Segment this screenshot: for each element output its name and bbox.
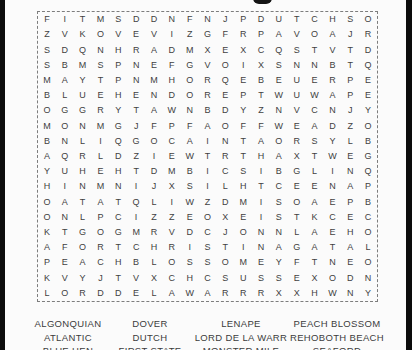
grid-cell-r12c9[interactable]: S <box>181 179 199 194</box>
grid-cell-r1c9[interactable]: F <box>181 12 199 27</box>
grid-cell-r6c1[interactable]: B <box>38 88 56 103</box>
grid-cell-r15c12[interactable]: O <box>234 225 252 240</box>
grid-cell-r11c5[interactable]: H <box>109 164 127 179</box>
grid-cell-r13c15[interactable]: O <box>288 195 306 210</box>
grid-cell-r19c7[interactable]: L <box>145 286 163 301</box>
grid-cell-r15c15[interactable]: L <box>288 225 306 240</box>
grid-cell-r16c17[interactable]: T <box>323 240 341 255</box>
grid-cell-r6c18[interactable]: P <box>341 88 359 103</box>
grid-cell-r12c15[interactable]: E <box>288 179 306 194</box>
grid-cell-r14c19[interactable]: C <box>359 210 377 225</box>
grid-cell-r12c1[interactable]: H <box>38 179 56 194</box>
grid-cell-r4c12[interactable]: I <box>234 58 252 73</box>
grid-cell-r6c19[interactable]: E <box>359 88 377 103</box>
grid-cell-r5c3[interactable]: Y <box>74 73 92 88</box>
grid-cell-r7c16[interactable]: C <box>306 103 324 118</box>
grid-cell-r10c3[interactable]: R <box>74 149 92 164</box>
grid-cell-r17c13[interactable]: E <box>252 255 270 270</box>
grid-cell-r16c15[interactable]: G <box>288 240 306 255</box>
grid-cell-r18c5[interactable]: T <box>109 271 127 286</box>
grid-cell-r3c10[interactable]: X <box>199 42 217 57</box>
grid-cell-r14c3[interactable]: L <box>74 210 92 225</box>
grid-cell-r9c13[interactable]: A <box>252 134 270 149</box>
grid-cell-r7c7[interactable]: A <box>145 103 163 118</box>
grid-cell-r19c8[interactable]: A <box>163 286 181 301</box>
grid-cell-r4c11[interactable]: O <box>216 58 234 73</box>
grid-cell-r12c5[interactable]: N <box>109 179 127 194</box>
grid-cell-r5c12[interactable]: E <box>234 73 252 88</box>
grid-cell-r1c3[interactable]: T <box>74 12 92 27</box>
grid-cell-r12c16[interactable]: E <box>306 179 324 194</box>
grid-cell-r3c2[interactable]: D <box>56 42 74 57</box>
grid-cell-r18c7[interactable]: X <box>145 271 163 286</box>
grid-cell-r3c12[interactable]: X <box>234 42 252 57</box>
grid-cell-r4c18[interactable]: T <box>341 58 359 73</box>
grid-cell-r10c2[interactable]: Q <box>56 149 74 164</box>
grid-cell-r16c1[interactable]: A <box>38 240 56 255</box>
grid-cell-r4c10[interactable]: V <box>199 58 217 73</box>
grid-cell-r6c12[interactable]: P <box>234 88 252 103</box>
grid-cell-r15c19[interactable]: O <box>359 225 377 240</box>
grid-cell-r3c9[interactable]: M <box>181 42 199 57</box>
grid-cell-r17c4[interactable]: C <box>92 255 110 270</box>
grid-cell-r3c14[interactable]: Q <box>270 42 288 57</box>
grid-cell-r8c2[interactable]: O <box>56 118 74 133</box>
grid-cell-r2c3[interactable]: K <box>74 27 92 42</box>
grid-cell-r10c5[interactable]: D <box>109 149 127 164</box>
grid-cell-r13c9[interactable]: W <box>181 195 199 210</box>
grid-cell-r12c19[interactable]: P <box>359 179 377 194</box>
grid-cell-r11c4[interactable]: E <box>92 164 110 179</box>
grid-cell-r16c18[interactable]: A <box>341 240 359 255</box>
grid-cell-r2c13[interactable]: P <box>252 27 270 42</box>
grid-cell-r16c6[interactable]: C <box>127 240 145 255</box>
grid-cell-r19c1[interactable]: L <box>38 286 56 301</box>
grid-cell-r19c14[interactable]: X <box>270 286 288 301</box>
grid-cell-r3c18[interactable]: T <box>341 42 359 57</box>
grid-cell-r19c3[interactable]: R <box>74 286 92 301</box>
grid-cell-r18c13[interactable]: S <box>252 271 270 286</box>
grid-cell-r10c17[interactable]: W <box>323 149 341 164</box>
grid-cell-r3c4[interactable]: N <box>92 42 110 57</box>
grid-cell-r18c11[interactable]: S <box>216 271 234 286</box>
grid-cell-r3c13[interactable]: C <box>252 42 270 57</box>
grid-cell-r16c19[interactable]: L <box>359 240 377 255</box>
grid-cell-r7c13[interactable]: Z <box>252 103 270 118</box>
grid-cell-r5c15[interactable]: U <box>288 73 306 88</box>
grid-cell-r11c6[interactable]: T <box>127 164 145 179</box>
grid-cell-r5c7[interactable]: M <box>145 73 163 88</box>
grid-cell-r17c18[interactable]: E <box>341 255 359 270</box>
grid-cell-r17c2[interactable]: E <box>56 255 74 270</box>
grid-cell-r4c19[interactable]: Q <box>359 58 377 73</box>
grid-cell-r8c8[interactable]: P <box>163 118 181 133</box>
grid-cell-r4c17[interactable]: B <box>323 58 341 73</box>
grid-cell-r4c7[interactable]: E <box>145 58 163 73</box>
grid-cell-r7c2[interactable]: G <box>56 103 74 118</box>
grid-cell-r8c1[interactable]: M <box>38 118 56 133</box>
grid-cell-r18c9[interactable]: H <box>181 271 199 286</box>
grid-cell-r15c16[interactable]: A <box>306 225 324 240</box>
grid-cell-r11c1[interactable]: Y <box>38 164 56 179</box>
grid-cell-r10c14[interactable]: A <box>270 149 288 164</box>
grid-cell-r9c5[interactable]: Q <box>109 134 127 149</box>
grid-cell-r4c6[interactable]: N <box>127 58 145 73</box>
grid-cell-r9c11[interactable]: N <box>216 134 234 149</box>
grid-cell-r17c7[interactable]: L <box>145 255 163 270</box>
grid-cell-r16c7[interactable]: H <box>145 240 163 255</box>
grid-cell-r9c1[interactable]: B <box>38 134 56 149</box>
grid-cell-r13c1[interactable]: O <box>38 195 56 210</box>
grid-cell-r17c11[interactable]: O <box>216 255 234 270</box>
grid-cell-r12c11[interactable]: L <box>216 179 234 194</box>
grid-cell-r11c12[interactable]: S <box>234 164 252 179</box>
grid-cell-r9c15[interactable]: R <box>288 134 306 149</box>
grid-cell-r5c17[interactable]: R <box>323 73 341 88</box>
grid-cell-r15c4[interactable]: O <box>92 225 110 240</box>
grid-cell-r19c15[interactable]: X <box>288 286 306 301</box>
grid-cell-r16c10[interactable]: S <box>199 240 217 255</box>
grid-cell-r12c10[interactable]: I <box>199 179 217 194</box>
grid-cell-r9c12[interactable]: T <box>234 134 252 149</box>
grid-cell-r18c19[interactable]: N <box>359 271 377 286</box>
grid-cell-r15c10[interactable]: C <box>199 225 217 240</box>
grid-cell-r9c4[interactable]: I <box>92 134 110 149</box>
grid-cell-r18c3[interactable]: Y <box>74 271 92 286</box>
grid-cell-r17c12[interactable]: M <box>234 255 252 270</box>
grid-cell-r9c18[interactable]: L <box>341 134 359 149</box>
grid-cell-r11c9[interactable]: B <box>181 164 199 179</box>
grid-cell-r8c15[interactable]: E <box>288 118 306 133</box>
grid-cell-r1c1[interactable]: F <box>38 12 56 27</box>
grid-cell-r16c13[interactable]: N <box>252 240 270 255</box>
grid-cell-r10c13[interactable]: H <box>252 149 270 164</box>
grid-cell-r10c8[interactable]: E <box>163 149 181 164</box>
grid-cell-r1c13[interactable]: D <box>252 12 270 27</box>
grid-cell-r1c14[interactable]: U <box>270 12 288 27</box>
grid-cell-r11c18[interactable]: N <box>341 164 359 179</box>
grid-cell-r16c3[interactable]: O <box>74 240 92 255</box>
grid-cell-r8c13[interactable]: F <box>252 118 270 133</box>
grid-cell-r12c7[interactable]: J <box>145 179 163 194</box>
grid-cell-r17c8[interactable]: O <box>163 255 181 270</box>
grid-cell-r17c1[interactable]: P <box>38 255 56 270</box>
grid-cell-r14c5[interactable]: C <box>109 210 127 225</box>
grid-cell-r17c15[interactable]: F <box>288 255 306 270</box>
grid-cell-r4c16[interactable]: N <box>306 58 324 73</box>
grid-cell-r5c11[interactable]: Q <box>216 73 234 88</box>
grid-cell-r2c2[interactable]: V <box>56 27 74 42</box>
grid-cell-r16c8[interactable]: R <box>163 240 181 255</box>
grid-cell-r4c8[interactable]: F <box>163 58 181 73</box>
grid-cell-r7c14[interactable]: N <box>270 103 288 118</box>
grid-cell-r15c5[interactable]: G <box>109 225 127 240</box>
grid-cell-r14c15[interactable]: T <box>288 210 306 225</box>
grid-cell-r8c16[interactable]: A <box>306 118 324 133</box>
grid-cell-r4c2[interactable]: B <box>56 58 74 73</box>
grid-cell-r4c13[interactable]: X <box>252 58 270 73</box>
grid-cell-r18c15[interactable]: E <box>288 271 306 286</box>
grid-cell-r7c15[interactable]: V <box>288 103 306 118</box>
grid-cell-r18c8[interactable]: C <box>163 271 181 286</box>
grid-cell-r3c5[interactable]: H <box>109 42 127 57</box>
grid-cell-r18c14[interactable]: S <box>270 271 288 286</box>
grid-cell-r15c13[interactable]: N <box>252 225 270 240</box>
grid-cell-r19c10[interactable]: A <box>199 286 217 301</box>
grid-cell-r8c5[interactable]: G <box>109 118 127 133</box>
grid-cell-r9c16[interactable]: S <box>306 134 324 149</box>
grid-cell-r2c6[interactable]: E <box>127 27 145 42</box>
grid-cell-r14c1[interactable]: O <box>38 210 56 225</box>
grid-cell-r8c7[interactable]: F <box>145 118 163 133</box>
grid-cell-r14c2[interactable]: N <box>56 210 74 225</box>
grid-cell-r4c1[interactable]: S <box>38 58 56 73</box>
grid-cell-r7c9[interactable]: N <box>181 103 199 118</box>
grid-cell-r6c3[interactable]: U <box>74 88 92 103</box>
grid-cell-r10c18[interactable]: E <box>341 149 359 164</box>
grid-cell-r17c14[interactable]: Y <box>270 255 288 270</box>
grid-cell-r14c6[interactable]: I <box>127 210 145 225</box>
grid-cell-r17c16[interactable]: T <box>306 255 324 270</box>
grid-cell-r19c17[interactable]: W <box>323 286 341 301</box>
grid-cell-r5c14[interactable]: E <box>270 73 288 88</box>
grid-cell-r13c4[interactable]: A <box>92 195 110 210</box>
grid-cell-r8c6[interactable]: J <box>127 118 145 133</box>
grid-cell-r7c12[interactable]: Y <box>234 103 252 118</box>
grid-cell-r11c13[interactable]: I <box>252 164 270 179</box>
grid-cell-r14c16[interactable]: K <box>306 210 324 225</box>
grid-cell-r13c7[interactable]: L <box>145 195 163 210</box>
grid-cell-r13c10[interactable]: Z <box>199 195 217 210</box>
grid-cell-r5c19[interactable]: E <box>359 73 377 88</box>
grid-cell-r18c1[interactable]: K <box>38 271 56 286</box>
grid-cell-r11c16[interactable]: L <box>306 164 324 179</box>
grid-cell-r18c17[interactable]: O <box>323 271 341 286</box>
grid-cell-r10c6[interactable]: Z <box>127 149 145 164</box>
grid-cell-r16c14[interactable]: A <box>270 240 288 255</box>
grid-cell-r12c2[interactable]: I <box>56 179 74 194</box>
grid-cell-r9c10[interactable]: I <box>199 134 217 149</box>
grid-cell-r12c17[interactable]: N <box>323 179 341 194</box>
grid-cell-r10c4[interactable]: L <box>92 149 110 164</box>
grid-cell-r19c13[interactable]: R <box>252 286 270 301</box>
grid-cell-r12c13[interactable]: T <box>252 179 270 194</box>
grid-cell-r10c19[interactable]: G <box>359 149 377 164</box>
grid-cell-r11c3[interactable]: H <box>74 164 92 179</box>
grid-cell-r7c10[interactable]: B <box>199 103 217 118</box>
grid-cell-r9c6[interactable]: G <box>127 134 145 149</box>
grid-cell-r2c18[interactable]: J <box>341 27 359 42</box>
grid-cell-r1c7[interactable]: D <box>145 12 163 27</box>
grid-cell-r6c7[interactable]: N <box>145 88 163 103</box>
grid-cell-r5c1[interactable]: M <box>38 73 56 88</box>
grid-cell-r10c9[interactable]: W <box>181 149 199 164</box>
grid-cell-r9c8[interactable]: C <box>163 134 181 149</box>
grid-cell-r11c11[interactable]: C <box>216 164 234 179</box>
grid-cell-r3c7[interactable]: A <box>145 42 163 57</box>
grid-cell-r1c4[interactable]: M <box>92 12 110 27</box>
grid-cell-r13c3[interactable]: T <box>74 195 92 210</box>
grid-cell-r8c19[interactable]: O <box>359 118 377 133</box>
grid-cell-r2c11[interactable]: F <box>216 27 234 42</box>
grid-cell-r3c15[interactable]: S <box>288 42 306 57</box>
grid-cell-r9c2[interactable]: N <box>56 134 74 149</box>
grid-cell-r8c10[interactable]: A <box>199 118 217 133</box>
grid-cell-r11c17[interactable]: I <box>323 164 341 179</box>
grid-cell-r1c15[interactable]: T <box>288 12 306 27</box>
grid-cell-r8c18[interactable]: Z <box>341 118 359 133</box>
grid-cell-r1c19[interactable]: O <box>359 12 377 27</box>
grid-cell-r15c18[interactable]: H <box>341 225 359 240</box>
grid-cell-r10c7[interactable]: I <box>145 149 163 164</box>
grid-cell-r19c11[interactable]: R <box>216 286 234 301</box>
grid-cell-r1c17[interactable]: H <box>323 12 341 27</box>
grid-cell-r6c2[interactable]: L <box>56 88 74 103</box>
grid-cell-r6c9[interactable]: O <box>181 88 199 103</box>
grid-cell-r7c17[interactable]: N <box>323 103 341 118</box>
grid-cell-r7c6[interactable]: T <box>127 103 145 118</box>
grid-cell-r3c11[interactable]: E <box>216 42 234 57</box>
grid-cell-r2c16[interactable]: O <box>306 27 324 42</box>
grid-cell-r18c4[interactable]: J <box>92 271 110 286</box>
grid-cell-r6c14[interactable]: W <box>270 88 288 103</box>
grid-cell-r1c10[interactable]: N <box>199 12 217 27</box>
grid-cell-r13c14[interactable]: S <box>270 195 288 210</box>
grid-cell-r6c10[interactable]: R <box>199 88 217 103</box>
grid-cell-r8c12[interactable]: F <box>234 118 252 133</box>
grid-cell-r18c16[interactable]: X <box>306 271 324 286</box>
grid-cell-r18c12[interactable]: U <box>234 271 252 286</box>
grid-cell-r16c9[interactable]: I <box>181 240 199 255</box>
grid-cell-r1c18[interactable]: S <box>341 12 359 27</box>
grid-cell-r5c8[interactable]: H <box>163 73 181 88</box>
grid-cell-r9c7[interactable]: O <box>145 134 163 149</box>
grid-cell-r9c19[interactable]: B <box>359 134 377 149</box>
grid-cell-r6c5[interactable]: H <box>109 88 127 103</box>
grid-cell-r2c12[interactable]: R <box>234 27 252 42</box>
grid-cell-r17c5[interactable]: H <box>109 255 127 270</box>
grid-cell-r3c19[interactable]: D <box>359 42 377 57</box>
grid-cell-r2c14[interactable]: A <box>270 27 288 42</box>
grid-cell-r14c13[interactable]: I <box>252 210 270 225</box>
grid-cell-r10c16[interactable]: T <box>306 149 324 164</box>
grid-cell-r19c2[interactable]: O <box>56 286 74 301</box>
grid-cell-r16c2[interactable]: F <box>56 240 74 255</box>
grid-cell-r8c14[interactable]: W <box>270 118 288 133</box>
grid-cell-r1c6[interactable]: D <box>127 12 145 27</box>
grid-cell-r7c1[interactable]: O <box>38 103 56 118</box>
grid-cell-r4c4[interactable]: S <box>92 58 110 73</box>
grid-cell-r12c8[interactable]: X <box>163 179 181 194</box>
grid-cell-r1c5[interactable]: S <box>109 12 127 27</box>
grid-cell-r13c18[interactable]: P <box>341 195 359 210</box>
grid-cell-r7c11[interactable]: D <box>216 103 234 118</box>
grid-cell-r19c18[interactable]: N <box>341 286 359 301</box>
grid-cell-r10c1[interactable]: A <box>38 149 56 164</box>
grid-cell-r13c16[interactable]: A <box>306 195 324 210</box>
grid-cell-r14c10[interactable]: O <box>199 210 217 225</box>
grid-cell-r6c11[interactable]: E <box>216 88 234 103</box>
grid-cell-r4c9[interactable]: G <box>181 58 199 73</box>
grid-cell-r19c9[interactable]: W <box>181 286 199 301</box>
grid-cell-r7c3[interactable]: G <box>74 103 92 118</box>
grid-cell-r7c18[interactable]: J <box>341 103 359 118</box>
grid-cell-r2c15[interactable]: V <box>288 27 306 42</box>
grid-cell-r14c12[interactable]: E <box>234 210 252 225</box>
grid-cell-r18c18[interactable]: D <box>341 271 359 286</box>
grid-cell-r5c2[interactable]: A <box>56 73 74 88</box>
grid-cell-r15c9[interactable]: D <box>181 225 199 240</box>
grid-cell-r2c8[interactable]: I <box>163 27 181 42</box>
grid-cell-r13c12[interactable]: M <box>234 195 252 210</box>
grid-cell-r13c13[interactable]: I <box>252 195 270 210</box>
grid-cell-r13c8[interactable]: I <box>163 195 181 210</box>
grid-cell-r13c17[interactable]: E <box>323 195 341 210</box>
grid-cell-r13c11[interactable]: D <box>216 195 234 210</box>
grid-cell-r6c17[interactable]: A <box>323 88 341 103</box>
grid-cell-r19c5[interactable]: D <box>109 286 127 301</box>
grid-cell-r15c7[interactable]: R <box>145 225 163 240</box>
grid-cell-r5c16[interactable]: E <box>306 73 324 88</box>
grid-cell-r13c5[interactable]: T <box>109 195 127 210</box>
grid-cell-r9c17[interactable]: Y <box>323 134 341 149</box>
grid-cell-r5c6[interactable]: N <box>127 73 145 88</box>
grid-cell-r3c17[interactable]: V <box>323 42 341 57</box>
grid-cell-r8c17[interactable]: D <box>323 118 341 133</box>
grid-cell-r11c7[interactable]: D <box>145 164 163 179</box>
grid-cell-r16c12[interactable]: I <box>234 240 252 255</box>
grid-cell-r8c9[interactable]: F <box>181 118 199 133</box>
grid-cell-r17c17[interactable]: N <box>323 255 341 270</box>
grid-cell-r8c4[interactable]: M <box>92 118 110 133</box>
grid-cell-r19c4[interactable]: D <box>92 286 110 301</box>
grid-cell-r17c9[interactable]: S <box>181 255 199 270</box>
grid-cell-r1c16[interactable]: C <box>306 12 324 27</box>
grid-cell-r9c14[interactable]: O <box>270 134 288 149</box>
grid-cell-r14c9[interactable]: E <box>181 210 199 225</box>
grid-cell-r6c16[interactable]: W <box>306 88 324 103</box>
grid-cell-r14c14[interactable]: S <box>270 210 288 225</box>
grid-cell-r1c12[interactable]: P <box>234 12 252 27</box>
grid-cell-r13c6[interactable]: Q <box>127 195 145 210</box>
grid-cell-r7c8[interactable]: W <box>163 103 181 118</box>
grid-cell-r6c4[interactable]: E <box>92 88 110 103</box>
grid-cell-r19c6[interactable]: E <box>127 286 145 301</box>
grid-cell-r14c17[interactable]: C <box>323 210 341 225</box>
grid-cell-r13c2[interactable]: A <box>56 195 74 210</box>
grid-cell-r14c18[interactable]: E <box>341 210 359 225</box>
grid-cell-r3c6[interactable]: R <box>127 42 145 57</box>
grid-cell-r9c3[interactable]: L <box>74 134 92 149</box>
grid-cell-r18c6[interactable]: V <box>127 271 145 286</box>
grid-cell-r17c6[interactable]: B <box>127 255 145 270</box>
grid-cell-r15c8[interactable]: V <box>163 225 181 240</box>
grid-cell-r6c15[interactable]: U <box>288 88 306 103</box>
grid-cell-r19c16[interactable]: H <box>306 286 324 301</box>
grid-cell-r15c11[interactable]: J <box>216 225 234 240</box>
grid-cell-r15c3[interactable]: G <box>74 225 92 240</box>
grid-cell-r11c10[interactable]: I <box>199 164 217 179</box>
grid-cell-r10c15[interactable]: X <box>288 149 306 164</box>
grid-cell-r16c11[interactable]: T <box>216 240 234 255</box>
grid-cell-r9c9[interactable]: A <box>181 134 199 149</box>
grid-cell-r10c10[interactable]: T <box>199 149 217 164</box>
grid-cell-r19c12[interactable]: R <box>234 286 252 301</box>
grid-cell-r11c8[interactable]: M <box>163 164 181 179</box>
grid-cell-r2c5[interactable]: V <box>109 27 127 42</box>
grid-cell-r10c12[interactable]: T <box>234 149 252 164</box>
grid-cell-r16c5[interactable]: T <box>109 240 127 255</box>
